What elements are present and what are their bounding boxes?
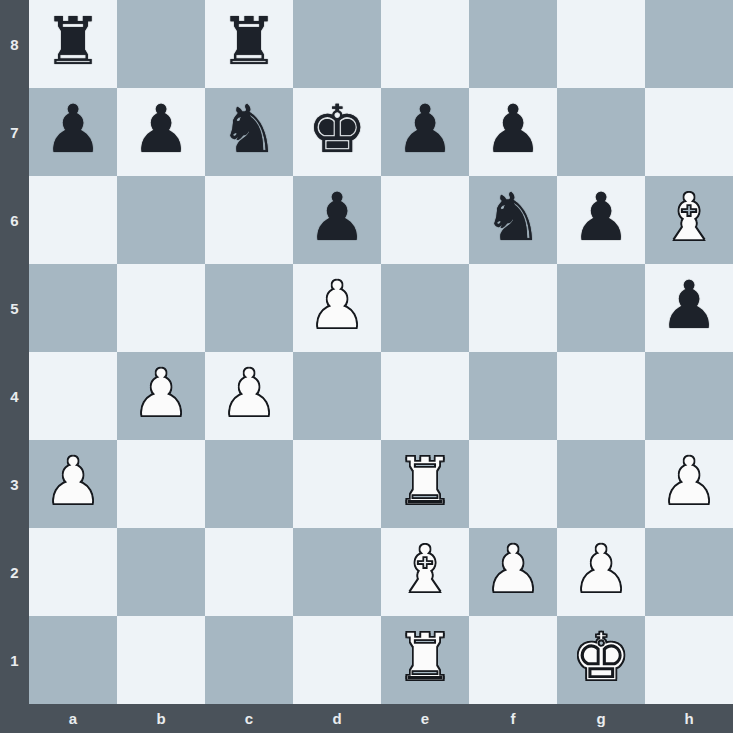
white-bishop-e2[interactable]: ♝ <box>395 526 454 614</box>
square-f3[interactable] <box>469 440 557 528</box>
white-pawn-d5[interactable]: ♟ <box>307 262 366 350</box>
square-e2[interactable]: ♝ <box>381 528 469 616</box>
square-c7[interactable]: ♞ <box>205 88 293 176</box>
black-pawn-a7[interactable]: ♟ <box>43 86 102 174</box>
white-bishop-h6[interactable]: ♝ <box>659 174 718 262</box>
rank-label-3: 3 <box>0 440 29 528</box>
square-d1[interactable] <box>293 616 381 704</box>
black-pawn-e7[interactable]: ♟ <box>395 86 454 174</box>
square-f5[interactable] <box>469 264 557 352</box>
square-a4[interactable] <box>29 352 117 440</box>
black-pawn-b7[interactable]: ♟ <box>131 86 190 174</box>
file-label-f: f <box>469 704 557 733</box>
square-e7[interactable]: ♟ <box>381 88 469 176</box>
square-g3[interactable] <box>557 440 645 528</box>
square-h1[interactable] <box>645 616 733 704</box>
rank-label-4: 4 <box>0 352 29 440</box>
square-f6[interactable]: ♞ <box>469 176 557 264</box>
white-rook-e1[interactable]: ♜ <box>395 614 454 702</box>
file-label-e: e <box>381 704 469 733</box>
square-a6[interactable] <box>29 176 117 264</box>
white-pawn-g2[interactable]: ♟ <box>571 526 630 614</box>
white-rook-e3[interactable]: ♜ <box>395 438 454 526</box>
square-d5[interactable]: ♟ <box>293 264 381 352</box>
rank-label-1: 1 <box>0 616 29 704</box>
black-knight-c7[interactable]: ♞ <box>219 86 278 174</box>
black-knight-f6[interactable]: ♞ <box>483 174 542 262</box>
square-f4[interactable] <box>469 352 557 440</box>
square-d2[interactable] <box>293 528 381 616</box>
square-h3[interactable]: ♟ <box>645 440 733 528</box>
rank-label-5: 5 <box>0 264 29 352</box>
square-d6[interactable]: ♟ <box>293 176 381 264</box>
white-king-g1[interactable]: ♚ <box>571 614 630 702</box>
white-pawn-h3[interactable]: ♟ <box>659 438 718 526</box>
square-f7[interactable]: ♟ <box>469 88 557 176</box>
square-b5[interactable] <box>117 264 205 352</box>
square-c4[interactable]: ♟ <box>205 352 293 440</box>
square-a7[interactable]: ♟ <box>29 88 117 176</box>
chess-board[interactable]: ♜♜♟♟♞♚♟♟♟♞♟♝♟♟♟♟♟♜♟♝♟♟♜♚ <box>29 0 733 704</box>
black-rook-c8[interactable]: ♜ <box>219 0 278 86</box>
square-c6[interactable] <box>205 176 293 264</box>
square-e8[interactable] <box>381 0 469 88</box>
black-pawn-f7[interactable]: ♟ <box>483 86 542 174</box>
chess-board-widget: 87654321 ♜♜♟♟♞♚♟♟♟♞♟♝♟♟♟♟♟♜♟♝♟♟♜♚ abcdef… <box>0 0 733 733</box>
black-king-d7[interactable]: ♚ <box>307 86 366 174</box>
square-a1[interactable] <box>29 616 117 704</box>
square-f8[interactable] <box>469 0 557 88</box>
file-label-h: h <box>645 704 733 733</box>
file-label-a: a <box>29 704 117 733</box>
square-h5[interactable]: ♟ <box>645 264 733 352</box>
square-d3[interactable] <box>293 440 381 528</box>
square-e1[interactable]: ♜ <box>381 616 469 704</box>
black-pawn-d6[interactable]: ♟ <box>307 174 366 262</box>
square-b4[interactable]: ♟ <box>117 352 205 440</box>
square-h8[interactable] <box>645 0 733 88</box>
square-g2[interactable]: ♟ <box>557 528 645 616</box>
square-b7[interactable]: ♟ <box>117 88 205 176</box>
square-a2[interactable] <box>29 528 117 616</box>
square-d4[interactable] <box>293 352 381 440</box>
square-c3[interactable] <box>205 440 293 528</box>
square-c1[interactable] <box>205 616 293 704</box>
square-g8[interactable] <box>557 0 645 88</box>
square-a8[interactable]: ♜ <box>29 0 117 88</box>
white-pawn-c4[interactable]: ♟ <box>219 350 278 438</box>
square-e6[interactable] <box>381 176 469 264</box>
file-label-d: d <box>293 704 381 733</box>
black-pawn-h5[interactable]: ♟ <box>659 262 718 350</box>
rank-label-6: 6 <box>0 176 29 264</box>
file-label-b: b <box>117 704 205 733</box>
square-g1[interactable]: ♚ <box>557 616 645 704</box>
white-pawn-b4[interactable]: ♟ <box>131 350 190 438</box>
rank-label-2: 2 <box>0 528 29 616</box>
square-b3[interactable] <box>117 440 205 528</box>
square-b8[interactable] <box>117 0 205 88</box>
black-rook-a8[interactable]: ♜ <box>43 0 102 86</box>
square-h2[interactable] <box>645 528 733 616</box>
square-g6[interactable]: ♟ <box>557 176 645 264</box>
square-c8[interactable]: ♜ <box>205 0 293 88</box>
file-labels: abcdefgh <box>29 704 733 733</box>
black-pawn-g6[interactable]: ♟ <box>571 174 630 262</box>
rank-labels: 87654321 <box>0 0 29 704</box>
square-f1[interactable] <box>469 616 557 704</box>
square-f2[interactable]: ♟ <box>469 528 557 616</box>
square-b1[interactable] <box>117 616 205 704</box>
square-g7[interactable] <box>557 88 645 176</box>
square-b6[interactable] <box>117 176 205 264</box>
white-pawn-a3[interactable]: ♟ <box>43 438 102 526</box>
square-d7[interactable]: ♚ <box>293 88 381 176</box>
square-h4[interactable] <box>645 352 733 440</box>
board-corner <box>0 704 29 733</box>
rank-label-7: 7 <box>0 88 29 176</box>
square-a5[interactable] <box>29 264 117 352</box>
square-e5[interactable] <box>381 264 469 352</box>
square-e3[interactable]: ♜ <box>381 440 469 528</box>
square-a3[interactable]: ♟ <box>29 440 117 528</box>
square-e4[interactable] <box>381 352 469 440</box>
square-d8[interactable] <box>293 0 381 88</box>
file-label-c: c <box>205 704 293 733</box>
square-c5[interactable] <box>205 264 293 352</box>
square-c2[interactable] <box>205 528 293 616</box>
square-g5[interactable] <box>557 264 645 352</box>
white-pawn-f2[interactable]: ♟ <box>483 526 542 614</box>
square-h7[interactable] <box>645 88 733 176</box>
square-b2[interactable] <box>117 528 205 616</box>
file-label-g: g <box>557 704 645 733</box>
square-g4[interactable] <box>557 352 645 440</box>
square-h6[interactable]: ♝ <box>645 176 733 264</box>
rank-label-8: 8 <box>0 0 29 88</box>
